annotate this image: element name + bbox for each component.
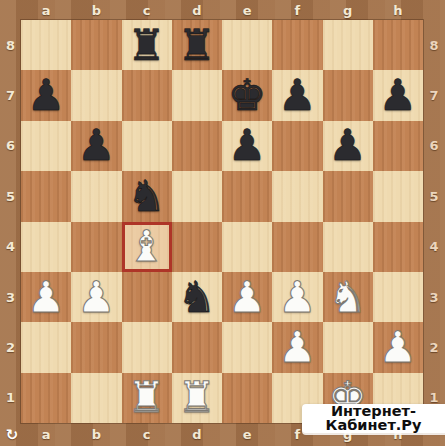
square-b1[interactable]	[71, 373, 121, 423]
square-a4[interactable]	[21, 222, 71, 272]
square-c5[interactable]: ♞	[122, 171, 172, 221]
file-label-c: c	[122, 423, 172, 446]
square-c1[interactable]: ♜	[122, 373, 172, 423]
square-e7[interactable]: ♚	[222, 70, 272, 120]
square-h3[interactable]	[373, 272, 423, 322]
rank-label-2: 2	[0, 322, 21, 372]
square-f7[interactable]: ♟	[272, 70, 322, 120]
piece-white-knight[interactable]: ♞	[323, 272, 373, 322]
piece-white-pawn[interactable]: ♟	[272, 322, 322, 372]
piece-white-rook[interactable]: ♜	[122, 373, 172, 423]
square-d2[interactable]	[172, 322, 222, 372]
flip-board-icon[interactable]: ↻	[3, 423, 21, 446]
square-e1[interactable]	[222, 373, 272, 423]
rank-label-2: 2	[423, 322, 445, 372]
square-b4[interactable]	[71, 222, 121, 272]
square-e8[interactable]	[222, 20, 272, 70]
rank-label-1: 1	[0, 373, 21, 423]
rank-label-4: 4	[423, 222, 445, 272]
square-b2[interactable]	[71, 322, 121, 372]
board: ♜♜♟♚♟♟♟♟♟♞♝♟♟♞♟♟♞♟♟♜♜♚	[21, 20, 423, 423]
square-f8[interactable]	[272, 20, 322, 70]
square-b6[interactable]: ♟	[71, 121, 121, 171]
square-g4[interactable]	[323, 222, 373, 272]
piece-white-pawn[interactable]: ♟	[21, 272, 71, 322]
piece-white-pawn[interactable]: ♟	[373, 322, 423, 372]
rank-label-5: 5	[423, 171, 445, 221]
square-a8[interactable]	[21, 20, 71, 70]
rank-label-8: 8	[0, 20, 21, 70]
square-f3[interactable]: ♟	[272, 272, 322, 322]
square-e3[interactable]: ♟	[222, 272, 272, 322]
square-c2[interactable]	[122, 322, 172, 372]
square-f4[interactable]	[272, 222, 322, 272]
piece-black-knight[interactable]: ♞	[122, 171, 172, 221]
square-b5[interactable]	[71, 171, 121, 221]
square-g8[interactable]	[323, 20, 373, 70]
square-c6[interactable]	[122, 121, 172, 171]
file-label-d: d	[172, 0, 222, 20]
square-b3[interactable]: ♟	[71, 272, 121, 322]
rank-labels-left: 87654321	[0, 20, 21, 423]
square-h5[interactable]	[373, 171, 423, 221]
piece-black-pawn[interactable]: ♟	[272, 70, 322, 120]
piece-black-knight[interactable]: ♞	[172, 272, 222, 322]
piece-white-rook[interactable]: ♜	[172, 373, 222, 423]
square-e5[interactable]	[222, 171, 272, 221]
square-e6[interactable]: ♟	[222, 121, 272, 171]
square-h8[interactable]	[373, 20, 423, 70]
piece-black-pawn[interactable]: ♟	[373, 70, 423, 120]
square-h4[interactable]	[373, 222, 423, 272]
square-a1[interactable]	[21, 373, 71, 423]
file-label-d: d	[172, 423, 222, 446]
square-h7[interactable]: ♟	[373, 70, 423, 120]
file-label-h: h	[373, 0, 423, 20]
watermark-line2: Кабинет.Ру	[326, 419, 422, 433]
square-f5[interactable]	[272, 171, 322, 221]
piece-black-rook[interactable]: ♜	[122, 20, 172, 70]
rank-label-7: 7	[423, 70, 445, 120]
rank-label-8: 8	[423, 20, 445, 70]
file-labels-top: abcdefgh	[21, 0, 423, 20]
piece-black-pawn[interactable]: ♟	[323, 121, 373, 171]
square-e4[interactable]	[222, 222, 272, 272]
square-d6[interactable]	[172, 121, 222, 171]
square-c8[interactable]: ♜	[122, 20, 172, 70]
square-d5[interactable]	[172, 171, 222, 221]
piece-black-king[interactable]: ♚	[222, 70, 272, 120]
rank-label-6: 6	[423, 121, 445, 171]
square-g3[interactable]: ♞	[323, 272, 373, 322]
piece-black-pawn[interactable]: ♟	[222, 121, 272, 171]
square-e2[interactable]	[222, 322, 272, 372]
square-a3[interactable]: ♟	[21, 272, 71, 322]
rank-labels-right: 87654321	[423, 20, 445, 423]
square-a2[interactable]	[21, 322, 71, 372]
square-a6[interactable]	[21, 121, 71, 171]
file-label-b: b	[71, 423, 121, 446]
square-d8[interactable]: ♜	[172, 20, 222, 70]
piece-white-pawn[interactable]: ♟	[71, 272, 121, 322]
square-d4[interactable]	[172, 222, 222, 272]
square-a5[interactable]	[21, 171, 71, 221]
file-label-g: g	[323, 0, 373, 20]
square-f6[interactable]	[272, 121, 322, 171]
rank-label-3: 3	[423, 272, 445, 322]
square-g2[interactable]	[323, 322, 373, 372]
piece-black-rook[interactable]: ♜	[172, 20, 222, 70]
file-label-c: c	[122, 0, 172, 20]
square-f2[interactable]: ♟	[272, 322, 322, 372]
square-h2[interactable]: ♟	[373, 322, 423, 372]
rank-label-5: 5	[0, 171, 21, 221]
square-c7[interactable]	[122, 70, 172, 120]
square-h6[interactable]	[373, 121, 423, 171]
rank-label-6: 6	[0, 121, 21, 171]
square-d3[interactable]: ♞	[172, 272, 222, 322]
square-g5[interactable]	[323, 171, 373, 221]
square-g6[interactable]: ♟	[323, 121, 373, 171]
square-c3[interactable]	[122, 272, 172, 322]
file-label-b: b	[71, 0, 121, 20]
file-label-f: f	[272, 0, 322, 20]
piece-black-pawn[interactable]: ♟	[21, 70, 71, 120]
piece-white-pawn[interactable]: ♟	[272, 272, 322, 322]
rank-label-4: 4	[0, 222, 21, 272]
rank-label-7: 7	[0, 70, 21, 120]
file-label-e: e	[222, 0, 272, 20]
file-label-a: a	[21, 0, 71, 20]
square-a7[interactable]: ♟	[21, 70, 71, 120]
square-d7[interactable]	[172, 70, 222, 120]
square-b7[interactable]	[71, 70, 121, 120]
square-d1[interactable]: ♜	[172, 373, 222, 423]
file-label-e: e	[222, 423, 272, 446]
piece-white-bishop[interactable]: ♝	[122, 222, 172, 272]
watermark-badge: Интернет- Кабинет.Ру	[302, 404, 445, 433]
rank-label-3: 3	[0, 272, 21, 322]
piece-white-pawn[interactable]: ♟	[222, 272, 272, 322]
piece-black-pawn[interactable]: ♟	[71, 121, 121, 171]
square-c4[interactable]: ♝	[122, 222, 172, 272]
square-g7[interactable]	[323, 70, 373, 120]
file-label-a: a	[21, 423, 71, 446]
chess-board-widget: abcdefgh 87654321 87654321 abcdefgh ♜♜♟♚…	[0, 0, 445, 446]
square-b8[interactable]	[71, 20, 121, 70]
